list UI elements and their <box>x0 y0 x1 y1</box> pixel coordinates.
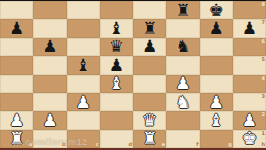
square-g1[interactable]: g <box>200 130 233 148</box>
black-rook[interactable]: ♜ <box>166 1 199 19</box>
square-g5[interactable] <box>200 56 233 74</box>
black-bishop[interactable]: ♝ <box>100 19 133 37</box>
square-c7[interactable] <box>67 19 100 37</box>
square-e4[interactable] <box>133 75 166 93</box>
square-d8[interactable] <box>100 1 133 19</box>
square-h5[interactable]: 5 <box>233 56 266 74</box>
white-pawn[interactable]: ♟ <box>0 111 33 129</box>
square-c6[interactable] <box>67 38 100 56</box>
square-f3[interactable]: ♞ <box>166 93 199 111</box>
square-e6[interactable]: ♟ <box>133 38 166 56</box>
rank-label-3: 3 <box>262 94 265 99</box>
rank-label-8: 8 <box>262 2 265 7</box>
square-f7[interactable] <box>166 19 199 37</box>
square-e5[interactable] <box>133 56 166 74</box>
square-c5[interactable]: ♝ <box>67 56 100 74</box>
square-b5[interactable] <box>33 56 66 74</box>
square-b8[interactable] <box>33 1 66 19</box>
square-f4[interactable]: ♟ <box>166 75 199 93</box>
black-pawn[interactable]: ♟ <box>33 38 66 56</box>
black-pawn[interactable]: ♟ <box>0 19 33 37</box>
square-e1[interactable]: ♜e <box>133 130 166 148</box>
square-g3[interactable]: ♟ <box>200 93 233 111</box>
file-label-f: f <box>196 142 198 147</box>
file-label-g: g <box>228 142 232 147</box>
rank-label-4: 4 <box>262 76 265 81</box>
watermark-text: ….com/forum12 <box>13 137 88 147</box>
square-d3[interactable] <box>100 93 133 111</box>
square-e7[interactable]: ♜ <box>133 19 166 37</box>
black-pawn[interactable]: ♟ <box>133 38 166 56</box>
file-label-c: c <box>96 142 99 147</box>
black-pawn[interactable]: ♟ <box>200 19 233 37</box>
chessboard-thumbnail: ♜♚8♟♝♜♟♟7♟♛♟♞6♝♟5♝♟4♟♞♟3♟♟♛♝♟2♜abcd♜efg♚… <box>0 0 266 150</box>
square-c2[interactable] <box>67 111 100 129</box>
rank-label-5: 5 <box>262 57 265 62</box>
black-knight[interactable]: ♞ <box>166 38 199 56</box>
rank-label-7: 7 <box>262 20 265 25</box>
file-label-h: h <box>261 142 265 147</box>
square-c8[interactable] <box>67 1 100 19</box>
square-b6[interactable]: ♟ <box>33 38 66 56</box>
white-pawn[interactable]: ♟ <box>33 111 66 129</box>
black-bishop[interactable]: ♝ <box>67 56 100 74</box>
bottom-border-line <box>0 148 266 150</box>
square-b4[interactable] <box>33 75 66 93</box>
black-queen[interactable]: ♛ <box>100 38 133 56</box>
square-h7[interactable]: ♟7 <box>233 19 266 37</box>
square-c4[interactable] <box>67 75 100 93</box>
square-b7[interactable] <box>33 19 66 37</box>
square-a3[interactable] <box>0 93 33 111</box>
square-h1[interactable]: ♚1h <box>233 130 266 148</box>
square-h2[interactable]: ♟2 <box>233 111 266 129</box>
square-f1[interactable]: f <box>166 130 199 148</box>
square-c3[interactable]: ♟ <box>67 93 100 111</box>
square-h3[interactable]: 3 <box>233 93 266 111</box>
square-g7[interactable]: ♟ <box>200 19 233 37</box>
square-h6[interactable]: 6 <box>233 38 266 56</box>
square-a7[interactable]: ♟ <box>0 19 33 37</box>
square-d1[interactable]: d <box>100 130 133 148</box>
square-f6[interactable]: ♞ <box>166 38 199 56</box>
square-f8[interactable]: ♜ <box>166 1 199 19</box>
white-bishop[interactable]: ♝ <box>200 111 233 129</box>
square-b2[interactable]: ♟ <box>33 111 66 129</box>
square-e3[interactable] <box>133 93 166 111</box>
black-rook[interactable]: ♜ <box>133 19 166 37</box>
rank-label-6: 6 <box>262 39 265 44</box>
square-b3[interactable] <box>33 93 66 111</box>
chess-board: ♜♚8♟♝♜♟♟7♟♛♟♞6♝♟5♝♟4♟♞♟3♟♟♛♝♟2♜abcd♜efg♚… <box>0 1 266 148</box>
square-e2[interactable]: ♛ <box>133 111 166 129</box>
square-d4[interactable]: ♝ <box>100 75 133 93</box>
black-king[interactable]: ♚ <box>200 1 233 19</box>
square-d6[interactable]: ♛ <box>100 38 133 56</box>
square-f2[interactable] <box>166 111 199 129</box>
square-e8[interactable] <box>133 1 166 19</box>
rank-label-1: 1 <box>262 131 265 136</box>
square-d5[interactable]: ♟ <box>100 56 133 74</box>
square-g4[interactable] <box>200 75 233 93</box>
white-pawn[interactable]: ♟ <box>67 93 100 111</box>
white-queen[interactable]: ♛ <box>133 111 166 129</box>
square-g2[interactable]: ♝ <box>200 111 233 129</box>
file-label-e: e <box>162 142 165 147</box>
square-g8[interactable]: ♚ <box>200 1 233 19</box>
square-a4[interactable] <box>0 75 33 93</box>
square-d7[interactable]: ♝ <box>100 19 133 37</box>
square-f5[interactable] <box>166 56 199 74</box>
white-bishop[interactable]: ♝ <box>100 75 133 93</box>
square-a6[interactable] <box>0 38 33 56</box>
file-label-d: d <box>128 142 132 147</box>
square-a2[interactable]: ♟ <box>0 111 33 129</box>
rank-label-2: 2 <box>262 112 265 117</box>
square-a5[interactable] <box>0 56 33 74</box>
square-a8[interactable] <box>0 1 33 19</box>
square-g6[interactable] <box>200 38 233 56</box>
white-knight[interactable]: ♞ <box>166 93 199 111</box>
white-pawn[interactable]: ♟ <box>200 93 233 111</box>
black-pawn[interactable]: ♟ <box>100 56 133 74</box>
square-h4[interactable]: 4 <box>233 75 266 93</box>
white-pawn[interactable]: ♟ <box>166 75 199 93</box>
square-d2[interactable] <box>100 111 133 129</box>
square-h8[interactable]: 8 <box>233 1 266 19</box>
